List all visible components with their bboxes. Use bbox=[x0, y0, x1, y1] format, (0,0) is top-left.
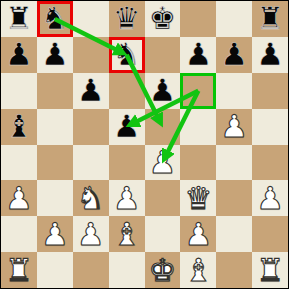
black-bishop[interactable]: ♝ bbox=[5, 111, 33, 142]
square-c3[interactable]: ♞ bbox=[73, 180, 109, 216]
square-d6[interactable] bbox=[109, 73, 145, 109]
square-f8[interactable] bbox=[180, 1, 216, 37]
square-b5[interactable] bbox=[37, 109, 73, 145]
square-d4[interactable] bbox=[109, 145, 145, 181]
white-pawn[interactable]: ♟ bbox=[77, 219, 105, 250]
square-h2[interactable] bbox=[252, 216, 288, 252]
square-e6[interactable]: ♟ bbox=[145, 73, 181, 109]
square-f3[interactable]: ♛ bbox=[180, 180, 216, 216]
square-b7[interactable]: ♟ bbox=[37, 37, 73, 73]
white-bishop[interactable]: ♝ bbox=[184, 255, 212, 286]
square-a5[interactable]: ♝ bbox=[1, 109, 37, 145]
square-a4[interactable] bbox=[1, 145, 37, 181]
white-pawn[interactable]: ♟ bbox=[184, 219, 212, 250]
square-a7[interactable]: ♟ bbox=[1, 37, 37, 73]
square-c1[interactable] bbox=[73, 252, 109, 288]
white-king[interactable]: ♚ bbox=[149, 255, 177, 286]
square-c7[interactable] bbox=[73, 37, 109, 73]
square-b4[interactable] bbox=[37, 145, 73, 181]
black-knight[interactable]: ♞ bbox=[113, 39, 141, 70]
square-g6[interactable] bbox=[216, 73, 252, 109]
square-h5[interactable] bbox=[252, 109, 288, 145]
square-b2[interactable]: ♟ bbox=[37, 216, 73, 252]
white-pawn[interactable]: ♟ bbox=[149, 147, 177, 178]
white-pawn[interactable]: ♟ bbox=[113, 183, 141, 214]
square-g7[interactable]: ♟ bbox=[216, 37, 252, 73]
black-pawn[interactable]: ♟ bbox=[184, 39, 212, 70]
square-d3[interactable]: ♟ bbox=[109, 180, 145, 216]
white-pawn[interactable]: ♟ bbox=[220, 111, 248, 142]
square-g8[interactable] bbox=[216, 1, 252, 37]
square-d5[interactable]: ♟ bbox=[109, 109, 145, 145]
square-e1[interactable]: ♚ bbox=[145, 252, 181, 288]
square-g5[interactable]: ♟ bbox=[216, 109, 252, 145]
black-pawn[interactable]: ♟ bbox=[77, 75, 105, 106]
square-b1[interactable] bbox=[37, 252, 73, 288]
black-pawn[interactable]: ♟ bbox=[41, 39, 69, 70]
square-f5[interactable] bbox=[180, 109, 216, 145]
black-pawn[interactable]: ♟ bbox=[149, 75, 177, 106]
white-pawn[interactable]: ♟ bbox=[41, 219, 69, 250]
black-pawn[interactable]: ♟ bbox=[113, 111, 141, 142]
square-a3[interactable]: ♟ bbox=[1, 180, 37, 216]
white-queen[interactable]: ♛ bbox=[184, 183, 212, 214]
square-d8[interactable]: ♛ bbox=[109, 1, 145, 37]
square-h6[interactable] bbox=[252, 73, 288, 109]
square-c4[interactable] bbox=[73, 145, 109, 181]
square-f4[interactable] bbox=[180, 145, 216, 181]
square-b8[interactable]: ♞ bbox=[37, 1, 73, 37]
square-a8[interactable]: ♜ bbox=[1, 1, 37, 37]
square-f6[interactable] bbox=[180, 73, 216, 109]
square-h4[interactable] bbox=[252, 145, 288, 181]
square-e8[interactable]: ♚ bbox=[145, 1, 181, 37]
white-bishop[interactable]: ♝ bbox=[113, 219, 141, 250]
black-rook[interactable]: ♜ bbox=[5, 3, 33, 34]
square-a6[interactable] bbox=[1, 73, 37, 109]
black-king[interactable]: ♚ bbox=[149, 3, 177, 34]
square-c8[interactable] bbox=[73, 1, 109, 37]
white-rook[interactable]: ♜ bbox=[5, 255, 33, 286]
square-h8[interactable]: ♜ bbox=[252, 1, 288, 37]
square-f7[interactable]: ♟ bbox=[180, 37, 216, 73]
chess-board: ♜♞♛♚♜♟♟♞♟♟♟♟♟♝♟♟♟♟♞♟♛♟♟♟♝♟♜♚♝♜ bbox=[0, 0, 289, 289]
square-h3[interactable]: ♟ bbox=[252, 180, 288, 216]
square-e4[interactable]: ♟ bbox=[145, 145, 181, 181]
square-b3[interactable] bbox=[37, 180, 73, 216]
square-f1[interactable]: ♝ bbox=[180, 252, 216, 288]
square-e5[interactable] bbox=[145, 109, 181, 145]
white-pawn[interactable]: ♟ bbox=[256, 183, 284, 214]
square-c5[interactable] bbox=[73, 109, 109, 145]
board-squares: ♜♞♛♚♜♟♟♞♟♟♟♟♟♝♟♟♟♟♞♟♛♟♟♟♝♟♜♚♝♜ bbox=[1, 1, 288, 288]
square-d1[interactable] bbox=[109, 252, 145, 288]
square-b6[interactable] bbox=[37, 73, 73, 109]
black-queen[interactable]: ♛ bbox=[113, 3, 141, 34]
white-pawn[interactable]: ♟ bbox=[5, 183, 33, 214]
square-e3[interactable] bbox=[145, 180, 181, 216]
black-knight[interactable]: ♞ bbox=[41, 3, 69, 34]
black-rook[interactable]: ♜ bbox=[256, 3, 284, 34]
square-h1[interactable]: ♜ bbox=[252, 252, 288, 288]
square-e7[interactable] bbox=[145, 37, 181, 73]
black-pawn[interactable]: ♟ bbox=[220, 39, 248, 70]
square-e2[interactable] bbox=[145, 216, 181, 252]
square-g2[interactable] bbox=[216, 216, 252, 252]
square-d2[interactable]: ♝ bbox=[109, 216, 145, 252]
black-pawn[interactable]: ♟ bbox=[256, 39, 284, 70]
white-knight[interactable]: ♞ bbox=[77, 183, 105, 214]
square-a2[interactable] bbox=[1, 216, 37, 252]
square-g3[interactable] bbox=[216, 180, 252, 216]
square-c2[interactable]: ♟ bbox=[73, 216, 109, 252]
square-d7[interactable]: ♞ bbox=[109, 37, 145, 73]
square-c6[interactable]: ♟ bbox=[73, 73, 109, 109]
square-g1[interactable] bbox=[216, 252, 252, 288]
square-g4[interactable] bbox=[216, 145, 252, 181]
square-h7[interactable]: ♟ bbox=[252, 37, 288, 73]
square-a1[interactable]: ♜ bbox=[1, 252, 37, 288]
black-pawn[interactable]: ♟ bbox=[5, 39, 33, 70]
square-f2[interactable]: ♟ bbox=[180, 216, 216, 252]
white-rook[interactable]: ♜ bbox=[256, 255, 284, 286]
